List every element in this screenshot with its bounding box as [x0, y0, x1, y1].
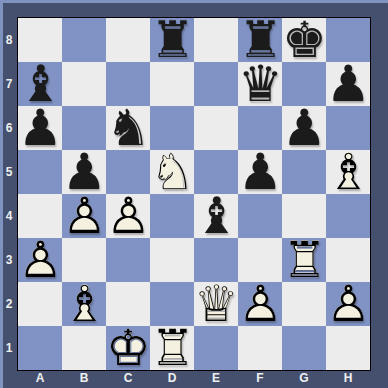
square-d3[interactable]: [150, 238, 194, 282]
piece-glyph-fill: ♟: [106, 191, 150, 241]
piece-glyph-outline: ♗: [326, 147, 370, 197]
black-rook: ♜: [238, 18, 282, 62]
square-f6[interactable]: [238, 106, 282, 150]
rank-label-1: 1: [1, 326, 17, 370]
piece-glyph-outline: ♖: [150, 323, 194, 373]
square-h1[interactable]: [326, 326, 370, 370]
rank-label-7: 7: [1, 62, 17, 106]
file-label-c: C: [106, 370, 150, 388]
white-rook: ♜♖: [150, 326, 194, 370]
piece-glyph-fill: ♜: [150, 15, 194, 65]
piece-glyph-fill: ♜: [282, 235, 326, 285]
piece-glyph-outline: ♙: [18, 235, 62, 285]
square-h8[interactable]: [326, 18, 370, 62]
square-f5[interactable]: ♟: [238, 150, 282, 194]
square-e4[interactable]: ♝: [194, 194, 238, 238]
square-b7[interactable]: [62, 62, 106, 106]
white-knight: ♞♘: [150, 150, 194, 194]
white-pawn: ♟♙: [106, 194, 150, 238]
piece-glyph-outline: ♔: [106, 323, 150, 373]
white-queen: ♛♕: [194, 282, 238, 326]
square-d2[interactable]: [150, 282, 194, 326]
square-a8[interactable]: [18, 18, 62, 62]
square-c2[interactable]: [106, 282, 150, 326]
square-b5[interactable]: ♟: [62, 150, 106, 194]
frame-highlight-top: [0, 0, 388, 3]
white-pawn: ♟♙: [326, 282, 370, 326]
square-a1[interactable]: [18, 326, 62, 370]
square-a6[interactable]: ♟: [18, 106, 62, 150]
piece-glyph-outline: ♕: [194, 279, 238, 329]
file-label-f: F: [238, 370, 282, 388]
square-f4[interactable]: [238, 194, 282, 238]
file-label-d: D: [150, 370, 194, 388]
square-b3[interactable]: [62, 238, 106, 282]
square-c5[interactable]: [106, 150, 150, 194]
square-b6[interactable]: [62, 106, 106, 150]
rank-label-4: 4: [1, 194, 17, 238]
square-g5[interactable]: [282, 150, 326, 194]
piece-glyph-outline: ♗: [62, 279, 106, 329]
square-a5[interactable]: [18, 150, 62, 194]
piece-glyph-fill: ♝: [326, 147, 370, 197]
square-f7[interactable]: ♛: [238, 62, 282, 106]
black-pawn: ♟: [62, 150, 106, 194]
piece-glyph-fill: ♚: [106, 323, 150, 373]
rank-label-8: 8: [1, 18, 17, 62]
square-h3[interactable]: [326, 238, 370, 282]
white-pawn: ♟♙: [238, 282, 282, 326]
square-c7[interactable]: [106, 62, 150, 106]
square-a4[interactable]: [18, 194, 62, 238]
piece-glyph-fill: ♝: [194, 191, 238, 241]
square-h5[interactable]: ♝♗: [326, 150, 370, 194]
square-c8[interactable]: [106, 18, 150, 62]
rank-label-6: 6: [1, 106, 17, 150]
rank-label-5: 5: [1, 150, 17, 194]
square-b1[interactable]: [62, 326, 106, 370]
white-rook: ♜♖: [282, 238, 326, 282]
piece-glyph-fill: ♟: [62, 191, 106, 241]
piece-glyph-fill: ♟: [238, 279, 282, 329]
square-a2[interactable]: [18, 282, 62, 326]
square-c3[interactable]: [106, 238, 150, 282]
square-e2[interactable]: ♛♕: [194, 282, 238, 326]
square-g7[interactable]: [282, 62, 326, 106]
square-e7[interactable]: [194, 62, 238, 106]
square-d7[interactable]: [150, 62, 194, 106]
square-c4[interactable]: ♟♙: [106, 194, 150, 238]
piece-glyph-fill: ♞: [150, 147, 194, 197]
rank-label-3: 3: [1, 238, 17, 282]
square-f3[interactable]: [238, 238, 282, 282]
piece-glyph-fill: ♟: [18, 235, 62, 285]
black-bishop: ♝: [18, 62, 62, 106]
square-g3[interactable]: ♜♖: [282, 238, 326, 282]
chess-diagram: 87654321 ♜♜♚♝♛♟♟♞♟♟♞♘♟♝♗♟♙♟♙♝♟♙♜♖♝♗♛♕♟♙♟…: [0, 0, 388, 388]
square-b4[interactable]: ♟♙: [62, 194, 106, 238]
file-labels: ABCDEFGH: [18, 370, 370, 388]
piece-glyph-fill: ♜: [150, 323, 194, 373]
piece-glyph-fill: ♞: [106, 103, 150, 153]
square-f1[interactable]: [238, 326, 282, 370]
piece-glyph-fill: ♝: [18, 59, 62, 109]
file-label-b: B: [62, 370, 106, 388]
square-h7[interactable]: ♟: [326, 62, 370, 106]
black-rook: ♜: [150, 18, 194, 62]
file-label-e: E: [194, 370, 238, 388]
black-pawn: ♟: [282, 106, 326, 150]
white-pawn: ♟♙: [18, 238, 62, 282]
square-d4[interactable]: [150, 194, 194, 238]
square-f8[interactable]: ♜: [238, 18, 282, 62]
black-pawn: ♟: [238, 150, 282, 194]
piece-glyph-fill: ♟: [238, 147, 282, 197]
piece-glyph-fill: ♝: [62, 279, 106, 329]
piece-glyph-fill: ♛: [194, 279, 238, 329]
piece-glyph-outline: ♙: [62, 191, 106, 241]
rank-label-2: 2: [1, 282, 17, 326]
square-c1[interactable]: ♚♔: [106, 326, 150, 370]
file-label-g: G: [282, 370, 326, 388]
piece-glyph-outline: ♙: [106, 191, 150, 241]
piece-glyph-outline: ♖: [282, 235, 326, 285]
square-g2[interactable]: [282, 282, 326, 326]
square-a7[interactable]: ♝: [18, 62, 62, 106]
white-pawn: ♟♙: [62, 194, 106, 238]
piece-glyph-fill: ♟: [326, 279, 370, 329]
black-bishop: ♝: [194, 194, 238, 238]
piece-glyph-fill: ♟: [62, 147, 106, 197]
square-d6[interactable]: [150, 106, 194, 150]
square-a3[interactable]: ♟♙: [18, 238, 62, 282]
square-b2[interactable]: ♝♗: [62, 282, 106, 326]
piece-glyph-outline: ♙: [238, 279, 282, 329]
square-e6[interactable]: [194, 106, 238, 150]
rank-labels: 87654321: [1, 18, 17, 370]
chess-board: ♜♜♚♝♛♟♟♞♟♟♞♘♟♝♗♟♙♟♙♝♟♙♜♖♝♗♛♕♟♙♟♙♚♔♜♖: [18, 18, 370, 370]
white-bishop: ♝♗: [62, 282, 106, 326]
square-d8[interactable]: ♜: [150, 18, 194, 62]
piece-glyph-fill: ♟: [282, 103, 326, 153]
square-g6[interactable]: ♟: [282, 106, 326, 150]
square-f2[interactable]: ♟♙: [238, 282, 282, 326]
square-g4[interactable]: [282, 194, 326, 238]
piece-glyph-fill: ♟: [18, 103, 62, 153]
piece-glyph-outline: ♙: [326, 279, 370, 329]
square-h6[interactable]: [326, 106, 370, 150]
black-pawn: ♟: [18, 106, 62, 150]
square-e3[interactable]: [194, 238, 238, 282]
square-e1[interactable]: [194, 326, 238, 370]
file-label-h: H: [326, 370, 370, 388]
black-knight: ♞: [106, 106, 150, 150]
square-d1[interactable]: ♜♖: [150, 326, 194, 370]
piece-glyph-fill: ♛: [238, 59, 282, 109]
square-h4[interactable]: [326, 194, 370, 238]
black-queen: ♛: [238, 62, 282, 106]
piece-glyph-fill: ♚: [282, 15, 326, 65]
square-e8[interactable]: [194, 18, 238, 62]
piece-glyph-fill: ♜: [238, 15, 282, 65]
white-king: ♚♔: [106, 326, 150, 370]
square-d5[interactable]: ♞♘: [150, 150, 194, 194]
piece-glyph-outline: ♘: [150, 147, 194, 197]
white-bishop: ♝♗: [326, 150, 370, 194]
square-g1[interactable]: [282, 326, 326, 370]
square-e5[interactable]: [194, 150, 238, 194]
black-pawn: ♟: [326, 62, 370, 106]
square-b8[interactable]: [62, 18, 106, 62]
piece-glyph-fill: ♟: [326, 59, 370, 109]
square-g8[interactable]: ♚: [282, 18, 326, 62]
square-h2[interactable]: ♟♙: [326, 282, 370, 326]
square-c6[interactable]: ♞: [106, 106, 150, 150]
black-king: ♚: [282, 18, 326, 62]
file-label-a: A: [18, 370, 62, 388]
